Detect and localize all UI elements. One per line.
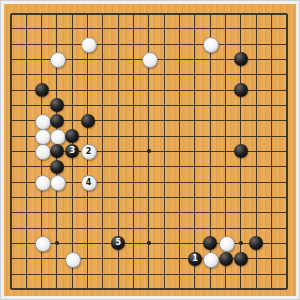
star-point: [239, 241, 243, 245]
move-number-label: 4: [86, 179, 92, 187]
black-stone[interactable]: 3: [65, 144, 79, 158]
black-stone[interactable]: [50, 98, 64, 112]
white-stone[interactable]: [35, 144, 51, 160]
star-point: [55, 241, 59, 245]
black-stone[interactable]: [249, 236, 263, 250]
move-number-label: 3: [70, 147, 76, 155]
white-stone[interactable]: [50, 175, 66, 191]
black-stone[interactable]: [234, 144, 248, 158]
board-frame: 32451: [0, 0, 300, 300]
grid-line-vertical: [179, 14, 180, 290]
move-number-label: 2: [86, 148, 92, 156]
white-stone[interactable]: [50, 129, 66, 145]
white-stone[interactable]: [35, 114, 51, 130]
grid-line-vertical: [194, 14, 195, 290]
black-stone[interactable]: [50, 160, 64, 174]
black-stone[interactable]: [35, 83, 49, 97]
white-stone[interactable]: [35, 236, 51, 252]
white-stone[interactable]: [65, 252, 81, 268]
white-stone[interactable]: 4: [81, 175, 97, 191]
grid-line-vertical: [271, 14, 272, 290]
black-stone[interactable]: 5: [111, 236, 125, 250]
black-stone[interactable]: 1: [188, 252, 202, 266]
black-stone[interactable]: [234, 252, 248, 266]
black-stone[interactable]: [50, 144, 64, 158]
white-stone[interactable]: 2: [81, 144, 97, 160]
black-stone[interactable]: [203, 236, 217, 250]
white-stone[interactable]: [81, 37, 97, 53]
white-stone[interactable]: [203, 252, 219, 268]
goban[interactable]: 32451: [4, 4, 296, 296]
white-stone[interactable]: [35, 129, 51, 145]
white-stone[interactable]: [50, 52, 66, 68]
grid-line-vertical: [164, 14, 165, 290]
black-stone[interactable]: [65, 129, 79, 143]
grid-line-horizontal: [11, 274, 287, 275]
white-stone[interactable]: [35, 175, 51, 191]
grid-line-horizontal: [11, 197, 287, 198]
white-stone[interactable]: [142, 52, 158, 68]
grid-line-horizontal: [11, 228, 287, 229]
black-stone[interactable]: [81, 114, 95, 128]
star-point: [147, 241, 151, 245]
black-stone[interactable]: [219, 252, 233, 266]
black-stone[interactable]: [234, 83, 248, 97]
white-stone[interactable]: [219, 236, 235, 252]
move-number-label: 5: [116, 239, 122, 247]
grid-line-vertical: [286, 14, 288, 290]
star-point: [147, 149, 151, 153]
white-stone[interactable]: [203, 37, 219, 53]
grid-line-horizontal: [11, 288, 287, 290]
move-number-label: 1: [192, 255, 198, 263]
grid-line-horizontal: [11, 212, 287, 213]
black-stone[interactable]: [234, 52, 248, 66]
black-stone[interactable]: [50, 114, 64, 128]
